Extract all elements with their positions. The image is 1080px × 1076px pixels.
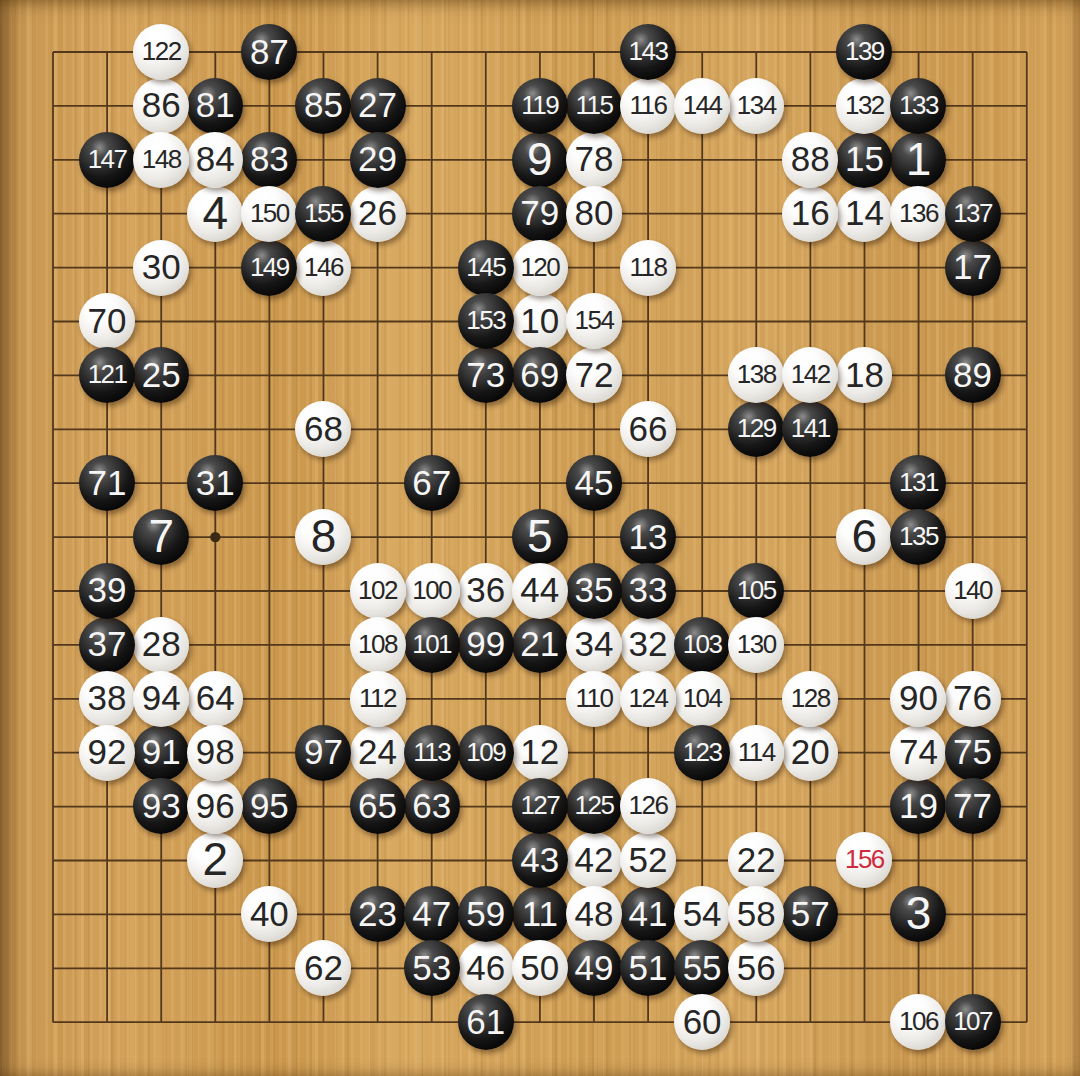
stone-move-62: 62 xyxy=(295,940,351,996)
move-number: 54 xyxy=(683,896,722,931)
stone-move-33: 33 xyxy=(620,563,676,619)
stone-move-124: 124 xyxy=(620,671,676,727)
stone-move-31: 31 xyxy=(187,455,243,511)
stone-move-121: 121 xyxy=(79,347,135,403)
stone-move-45: 45 xyxy=(566,455,622,511)
move-number: 36 xyxy=(466,572,505,607)
stone-move-23: 23 xyxy=(350,886,406,942)
stone-move-77: 77 xyxy=(945,778,1001,834)
stone-move-10: 10 xyxy=(512,293,568,349)
move-number: 56 xyxy=(737,950,776,985)
move-number: 97 xyxy=(304,734,343,769)
move-number: 68 xyxy=(304,411,343,446)
stone-move-115: 115 xyxy=(566,78,622,134)
stone-move-9: 9 xyxy=(512,132,568,188)
move-number: 101 xyxy=(412,631,451,657)
stone-move-66: 66 xyxy=(620,401,676,457)
move-number: 142 xyxy=(791,361,830,387)
stone-move-118: 118 xyxy=(620,240,676,296)
stone-move-50: 50 xyxy=(512,940,568,996)
move-number: 40 xyxy=(250,896,289,931)
stone-move-83: 83 xyxy=(241,132,297,188)
move-number: 71 xyxy=(88,465,127,500)
stone-move-20: 20 xyxy=(782,725,838,781)
move-number: 99 xyxy=(466,626,505,661)
stone-move-132: 132 xyxy=(836,78,892,134)
move-number: 77 xyxy=(953,788,992,823)
move-number: 89 xyxy=(953,357,992,392)
move-number: 83 xyxy=(250,141,289,176)
stone-move-102: 102 xyxy=(350,563,406,619)
stone-move-41: 41 xyxy=(620,886,676,942)
move-number: 114 xyxy=(738,739,775,765)
stone-move-25: 25 xyxy=(133,347,189,403)
stone-move-103: 103 xyxy=(674,617,730,673)
move-number: 16 xyxy=(791,195,830,230)
move-number: 95 xyxy=(250,788,289,823)
go-board[interactable]: 1234567891011121314151617181920212223242… xyxy=(0,0,1080,1076)
move-number: 6 xyxy=(852,513,878,559)
move-number: 122 xyxy=(142,38,181,64)
move-number: 140 xyxy=(953,577,992,603)
move-number: 10 xyxy=(520,303,559,338)
stone-move-74: 74 xyxy=(890,725,946,781)
move-number: 72 xyxy=(574,357,613,392)
move-number: 15 xyxy=(845,141,884,176)
stone-move-131: 131 xyxy=(890,455,946,511)
move-number: 46 xyxy=(466,950,505,985)
stone-move-65: 65 xyxy=(350,778,406,834)
move-number: 7 xyxy=(148,513,174,559)
stone-move-146: 146 xyxy=(295,240,351,296)
stone-move-113: 113 xyxy=(404,725,460,781)
stone-move-68: 68 xyxy=(295,401,351,457)
stone-move-85: 85 xyxy=(295,78,351,134)
move-number: 39 xyxy=(88,572,127,607)
stone-move-32: 32 xyxy=(620,617,676,673)
move-number: 79 xyxy=(520,195,559,230)
stone-move-56: 56 xyxy=(728,940,784,996)
stone-move-40: 40 xyxy=(241,886,297,942)
move-number: 63 xyxy=(412,788,451,823)
stone-move-69: 69 xyxy=(512,347,568,403)
move-number: 124 xyxy=(629,685,668,711)
stone-move-46: 46 xyxy=(458,940,514,996)
move-number: 90 xyxy=(899,680,938,715)
stone-move-110: 110 xyxy=(566,671,622,727)
move-number: 84 xyxy=(196,141,235,176)
stone-move-149: 149 xyxy=(241,240,297,296)
stone-move-49: 49 xyxy=(566,940,622,996)
move-number: 60 xyxy=(683,1004,722,1039)
move-number: 2 xyxy=(202,836,228,882)
stone-move-30: 30 xyxy=(133,240,189,296)
stone-move-123: 123 xyxy=(674,725,730,781)
stone-move-42: 42 xyxy=(566,832,622,888)
move-number: 125 xyxy=(574,792,613,818)
stone-move-54: 54 xyxy=(674,886,730,942)
move-number: 131 xyxy=(899,469,938,495)
stone-move-53: 53 xyxy=(404,940,460,996)
stone-move-148: 148 xyxy=(133,132,189,188)
stone-move-114: 114 xyxy=(728,725,784,781)
stone-move-63: 63 xyxy=(404,778,460,834)
stone-move-145: 145 xyxy=(458,240,514,296)
stone-move-58: 58 xyxy=(728,886,784,942)
move-number: 105 xyxy=(737,577,776,603)
stone-move-129: 129 xyxy=(728,401,784,457)
move-number: 88 xyxy=(791,141,830,176)
move-number: 75 xyxy=(953,734,992,769)
stone-move-24: 24 xyxy=(350,725,406,781)
stone-move-142: 142 xyxy=(782,347,838,403)
move-number: 94 xyxy=(142,680,181,715)
move-number: 148 xyxy=(142,146,181,172)
stone-move-16: 16 xyxy=(782,186,838,242)
stone-move-34: 34 xyxy=(566,617,622,673)
move-number: 37 xyxy=(88,626,127,661)
stone-move-144: 144 xyxy=(674,78,730,134)
stone-move-136: 136 xyxy=(890,186,946,242)
stone-move-147: 147 xyxy=(79,132,135,188)
stone-move-29: 29 xyxy=(350,132,406,188)
stone-move-140: 140 xyxy=(945,563,1001,619)
move-number: 1 xyxy=(906,136,932,182)
move-number: 112 xyxy=(359,685,396,711)
stone-move-28: 28 xyxy=(133,617,189,673)
stone-move-14: 14 xyxy=(836,186,892,242)
move-number: 92 xyxy=(88,734,127,769)
move-number: 22 xyxy=(737,842,776,877)
stone-move-61: 61 xyxy=(458,994,514,1050)
move-number: 18 xyxy=(845,357,884,392)
stone-move-101: 101 xyxy=(404,617,460,673)
stone-move-57: 57 xyxy=(782,886,838,942)
stone-move-107: 107 xyxy=(945,994,1001,1050)
stone-move-127: 127 xyxy=(512,778,568,834)
move-number: 118 xyxy=(630,254,667,280)
stone-move-97: 97 xyxy=(295,725,351,781)
move-number: 62 xyxy=(304,950,343,985)
move-number: 116 xyxy=(630,92,667,118)
stone-move-59: 59 xyxy=(458,886,514,942)
move-number: 139 xyxy=(845,38,884,64)
move-number: 144 xyxy=(683,92,722,118)
move-number: 107 xyxy=(953,1008,992,1034)
move-number: 61 xyxy=(466,1004,505,1039)
move-number: 73 xyxy=(466,357,505,392)
stone-move-96: 96 xyxy=(187,778,243,834)
move-number: 52 xyxy=(629,842,668,877)
move-number: 96 xyxy=(196,788,235,823)
stone-move-21: 21 xyxy=(512,617,568,673)
stone-move-19: 19 xyxy=(890,778,946,834)
stone-move-89: 89 xyxy=(945,347,1001,403)
stone-move-39: 39 xyxy=(79,563,135,619)
stone-move-106: 106 xyxy=(890,994,946,1050)
move-number: 123 xyxy=(683,739,722,765)
move-number: 14 xyxy=(845,195,884,230)
stone-move-130: 130 xyxy=(728,617,784,673)
stone-move-138: 138 xyxy=(728,347,784,403)
move-number: 106 xyxy=(899,1008,938,1034)
move-number: 48 xyxy=(574,896,613,931)
move-number: 9 xyxy=(527,136,553,182)
move-number: 21 xyxy=(520,626,559,661)
move-number: 150 xyxy=(250,200,289,226)
move-number: 49 xyxy=(574,950,613,985)
move-number: 109 xyxy=(466,739,505,765)
stone-move-86: 86 xyxy=(133,78,189,134)
move-number: 47 xyxy=(412,896,451,931)
move-number: 35 xyxy=(574,572,613,607)
move-number: 11 xyxy=(522,896,558,931)
stone-move-55: 55 xyxy=(674,940,730,996)
move-number: 8 xyxy=(311,513,337,559)
stone-move-105: 105 xyxy=(728,563,784,619)
move-number: 66 xyxy=(629,411,668,446)
stone-move-95: 95 xyxy=(241,778,297,834)
move-number: 126 xyxy=(629,792,668,818)
stone-move-27: 27 xyxy=(350,78,406,134)
stone-move-11: 11 xyxy=(512,886,568,942)
stone-move-87: 87 xyxy=(241,24,297,80)
move-number: 25 xyxy=(142,357,181,392)
stone-move-47: 47 xyxy=(404,886,460,942)
move-number: 64 xyxy=(196,680,235,715)
move-number: 28 xyxy=(142,626,181,661)
stone-move-26: 26 xyxy=(350,186,406,242)
move-number: 41 xyxy=(629,896,668,931)
stone-move-108: 108 xyxy=(350,617,406,673)
stone-move-72: 72 xyxy=(566,347,622,403)
stone-move-43: 43 xyxy=(512,832,568,888)
move-number: 20 xyxy=(791,734,830,769)
move-number: 65 xyxy=(358,788,397,823)
move-number: 31 xyxy=(196,465,235,500)
move-number: 85 xyxy=(304,87,343,122)
screen: 1234567891011121314151617181920212223242… xyxy=(0,0,1080,1076)
stone-move-119: 119 xyxy=(512,78,568,134)
stone-move-44: 44 xyxy=(512,563,568,619)
move-number: 13 xyxy=(629,519,668,554)
stone-move-64: 64 xyxy=(187,671,243,727)
move-number: 29 xyxy=(358,141,397,176)
stone-move-122: 122 xyxy=(133,24,189,80)
stone-move-154: 154 xyxy=(566,293,622,349)
stone-move-18: 18 xyxy=(836,347,892,403)
move-number: 154 xyxy=(574,307,613,333)
move-number: 149 xyxy=(250,254,289,280)
move-number: 102 xyxy=(358,577,397,603)
stone-move-38: 38 xyxy=(79,671,135,727)
stone-move-92: 92 xyxy=(79,725,135,781)
stone-move-5: 5 xyxy=(512,509,568,565)
move-number: 12 xyxy=(520,734,559,769)
stone-move-153: 153 xyxy=(458,293,514,349)
move-number: 110 xyxy=(575,685,612,711)
stone-move-60: 60 xyxy=(674,994,730,1050)
stone-move-2: 2 xyxy=(187,832,243,888)
stone-move-94: 94 xyxy=(133,671,189,727)
move-number: 87 xyxy=(250,34,289,69)
move-number: 121 xyxy=(88,361,127,387)
move-number: 57 xyxy=(791,896,830,931)
stone-move-48: 48 xyxy=(566,886,622,942)
move-number: 132 xyxy=(845,92,884,118)
move-number: 42 xyxy=(574,842,613,877)
stone-move-128: 128 xyxy=(782,671,838,727)
stone-move-112: 112 xyxy=(350,671,406,727)
move-number: 146 xyxy=(304,254,343,280)
move-number: 3 xyxy=(906,890,932,936)
move-number: 67 xyxy=(412,465,451,500)
move-number: 120 xyxy=(520,254,559,280)
move-number: 133 xyxy=(899,92,938,118)
stone-move-120: 120 xyxy=(512,240,568,296)
stone-move-1: 1 xyxy=(890,132,946,188)
last-move-number: 156 xyxy=(845,846,884,872)
move-number: 130 xyxy=(737,631,776,657)
move-number: 17 xyxy=(953,249,992,284)
move-number: 34 xyxy=(574,626,613,661)
move-number: 129 xyxy=(737,415,776,441)
stone-move-73: 73 xyxy=(458,347,514,403)
move-number: 44 xyxy=(520,572,559,607)
move-number: 27 xyxy=(358,87,397,122)
move-number: 19 xyxy=(899,788,938,823)
stone-move-8: 8 xyxy=(295,509,351,565)
move-number: 33 xyxy=(629,572,668,607)
move-number: 76 xyxy=(953,680,992,715)
move-number: 147 xyxy=(88,146,127,172)
stone-move-17: 17 xyxy=(945,240,1001,296)
stone-move-35: 35 xyxy=(566,563,622,619)
move-number: 43 xyxy=(520,842,559,877)
stone-move-7: 7 xyxy=(133,509,189,565)
stone-move-81: 81 xyxy=(187,78,243,134)
move-number: 70 xyxy=(88,303,127,338)
move-number: 100 xyxy=(412,577,451,603)
stones-layer: 1234567891011121314151617181920212223242… xyxy=(26,25,1054,1049)
move-number: 58 xyxy=(737,896,776,931)
stone-move-93: 93 xyxy=(133,778,189,834)
move-number: 30 xyxy=(142,249,181,284)
stone-move-99: 99 xyxy=(458,617,514,673)
move-number: 98 xyxy=(196,734,235,769)
stone-move-139: 139 xyxy=(836,24,892,80)
move-number: 38 xyxy=(88,680,127,715)
stone-move-125: 125 xyxy=(566,778,622,834)
move-number: 145 xyxy=(466,254,505,280)
stone-move-134: 134 xyxy=(728,78,784,134)
move-number: 136 xyxy=(899,200,938,226)
stone-move-150: 150 xyxy=(241,186,297,242)
stone-move-67: 67 xyxy=(404,455,460,511)
move-number: 115 xyxy=(575,92,612,118)
stone-move-36: 36 xyxy=(458,563,514,619)
move-number: 113 xyxy=(413,739,450,765)
move-number: 137 xyxy=(953,200,992,226)
move-number: 51 xyxy=(629,950,668,985)
stone-move-51: 51 xyxy=(620,940,676,996)
move-number: 143 xyxy=(629,38,668,64)
stone-move-13: 13 xyxy=(620,509,676,565)
stone-move-116: 116 xyxy=(620,78,676,134)
stone-move-156: 156 xyxy=(836,832,892,888)
move-number: 59 xyxy=(466,896,505,931)
move-number: 127 xyxy=(520,792,559,818)
move-number: 74 xyxy=(899,734,938,769)
move-number: 55 xyxy=(683,950,722,985)
move-number: 93 xyxy=(142,788,181,823)
move-number: 138 xyxy=(737,361,776,387)
move-number: 153 xyxy=(466,307,505,333)
move-number: 91 xyxy=(142,734,181,769)
stone-move-141: 141 xyxy=(782,401,838,457)
move-number: 26 xyxy=(358,195,397,230)
stone-move-109: 109 xyxy=(458,725,514,781)
move-number: 134 xyxy=(737,92,776,118)
stone-move-4: 4 xyxy=(187,186,243,242)
stone-move-104: 104 xyxy=(674,671,730,727)
stone-move-155: 155 xyxy=(295,186,351,242)
stone-move-100: 100 xyxy=(404,563,460,619)
stone-move-3: 3 xyxy=(890,886,946,942)
stone-move-143: 143 xyxy=(620,24,676,80)
stone-move-126: 126 xyxy=(620,778,676,834)
stone-move-90: 90 xyxy=(890,671,946,727)
stone-move-79: 79 xyxy=(512,186,568,242)
stone-move-133: 133 xyxy=(890,78,946,134)
move-number: 108 xyxy=(358,631,397,657)
move-number: 141 xyxy=(791,415,830,441)
move-number: 81 xyxy=(196,87,235,122)
stone-move-84: 84 xyxy=(187,132,243,188)
move-number: 135 xyxy=(899,523,938,549)
stone-move-15: 15 xyxy=(836,132,892,188)
stone-move-52: 52 xyxy=(620,832,676,888)
stone-move-78: 78 xyxy=(566,132,622,188)
stone-move-6: 6 xyxy=(836,509,892,565)
move-number: 24 xyxy=(358,734,397,769)
move-number: 119 xyxy=(521,92,558,118)
move-number: 78 xyxy=(574,141,613,176)
stone-move-70: 70 xyxy=(79,293,135,349)
move-number: 80 xyxy=(574,195,613,230)
move-number: 5 xyxy=(527,513,553,559)
move-number: 128 xyxy=(791,685,830,711)
move-number: 32 xyxy=(629,626,668,661)
stone-move-135: 135 xyxy=(890,509,946,565)
stone-move-75: 75 xyxy=(945,725,1001,781)
move-number: 69 xyxy=(520,357,559,392)
stone-move-80: 80 xyxy=(566,186,622,242)
stone-move-91: 91 xyxy=(133,725,189,781)
stone-move-71: 71 xyxy=(79,455,135,511)
stone-move-37: 37 xyxy=(79,617,135,673)
move-number: 103 xyxy=(683,631,722,657)
stone-move-22: 22 xyxy=(728,832,784,888)
move-number: 104 xyxy=(683,685,722,711)
move-number: 53 xyxy=(412,950,451,985)
move-number: 86 xyxy=(142,87,181,122)
stone-move-98: 98 xyxy=(187,725,243,781)
move-number: 45 xyxy=(574,465,613,500)
move-number: 23 xyxy=(358,896,397,931)
stone-move-137: 137 xyxy=(945,186,1001,242)
stone-move-76: 76 xyxy=(945,671,1001,727)
